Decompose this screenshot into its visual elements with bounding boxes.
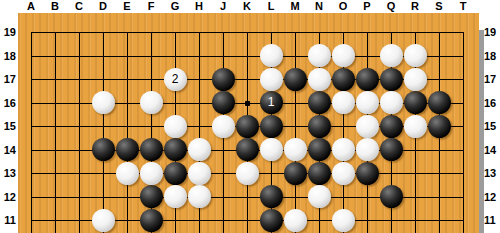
stone-white-Q18[interactable] — [380, 44, 403, 67]
stone-white-G12[interactable] — [164, 185, 187, 208]
grid-line-col-C — [79, 32, 80, 233]
stone-white-O11[interactable] — [332, 209, 355, 232]
row-label-left-19: 19 — [0, 25, 16, 39]
column-label-T: T — [455, 0, 471, 13]
stone-white-E13[interactable] — [116, 162, 139, 185]
stone-white-H12[interactable] — [188, 185, 211, 208]
stone-white-J15[interactable] — [212, 115, 235, 138]
column-label-B: B — [47, 0, 63, 13]
grid-line-col-M — [295, 32, 296, 233]
row-label-right-17: 17 — [484, 72, 500, 86]
column-label-S: S — [431, 0, 447, 13]
move-label-1: 1 — [268, 91, 275, 114]
stone-black-R16[interactable] — [404, 91, 427, 114]
stone-black-G14[interactable] — [164, 138, 187, 161]
row-label-left-12: 12 — [0, 190, 16, 204]
stone-black-O17[interactable] — [332, 68, 355, 91]
stone-black-F14[interactable] — [140, 138, 163, 161]
stone-white-N17[interactable] — [308, 68, 331, 91]
row-label-left-16: 16 — [0, 96, 16, 110]
stone-white-G17[interactable]: 2 — [164, 68, 187, 91]
row-label-right-15: 15 — [484, 119, 500, 133]
row-label-right-16: 16 — [484, 96, 500, 110]
column-label-C: C — [71, 0, 87, 13]
stone-black-L11[interactable] — [260, 209, 283, 232]
stone-white-D11[interactable] — [92, 209, 115, 232]
star-point-K16 — [245, 101, 250, 106]
stone-black-N13[interactable] — [308, 162, 331, 185]
move-label-2: 2 — [172, 68, 179, 91]
stone-white-L17[interactable] — [260, 68, 283, 91]
stone-black-M13[interactable] — [284, 162, 307, 185]
stone-black-E14[interactable] — [116, 138, 139, 161]
stone-black-F11[interactable] — [140, 209, 163, 232]
column-label-H: H — [191, 0, 207, 13]
stone-black-P13[interactable] — [356, 162, 379, 185]
column-label-E: E — [119, 0, 135, 13]
row-label-right-11: 11 — [484, 213, 500, 227]
stone-black-G13[interactable] — [164, 162, 187, 185]
column-label-F: F — [143, 0, 159, 13]
stone-white-H14[interactable] — [188, 138, 211, 161]
stone-white-F16[interactable] — [140, 91, 163, 114]
stone-black-Q12[interactable] — [380, 185, 403, 208]
stone-black-D14[interactable] — [92, 138, 115, 161]
stone-white-R18[interactable] — [404, 44, 427, 67]
row-label-left-15: 15 — [0, 119, 16, 133]
column-label-P: P — [359, 0, 375, 13]
stone-black-K14[interactable] — [236, 138, 259, 161]
column-label-O: O — [335, 0, 351, 13]
stone-black-Q14[interactable] — [380, 138, 403, 161]
stone-black-F12[interactable] — [140, 185, 163, 208]
stone-white-H13[interactable] — [188, 162, 211, 185]
stone-white-M14[interactable] — [284, 138, 307, 161]
row-label-left-13: 13 — [0, 166, 16, 180]
stone-white-D16[interactable] — [92, 91, 115, 114]
stone-white-R15[interactable] — [404, 115, 427, 138]
stone-black-L12[interactable] — [260, 185, 283, 208]
row-label-left-18: 18 — [0, 49, 16, 63]
row-label-right-12: 12 — [484, 190, 500, 204]
stone-black-L15[interactable] — [260, 115, 283, 138]
stone-black-N16[interactable] — [308, 91, 331, 114]
grid-line-col-E — [127, 32, 128, 233]
column-label-G: G — [167, 0, 183, 13]
grid-line-row-19 — [31, 32, 464, 33]
stone-white-O18[interactable] — [332, 44, 355, 67]
grid-line-col-A — [31, 32, 32, 233]
column-label-M: M — [287, 0, 303, 13]
stone-black-N15[interactable] — [308, 115, 331, 138]
stone-black-K15[interactable] — [236, 115, 259, 138]
row-label-left-17: 17 — [0, 72, 16, 86]
column-label-R: R — [407, 0, 423, 13]
stone-white-Q16[interactable] — [380, 91, 403, 114]
stone-white-M11[interactable] — [284, 209, 307, 232]
go-board-app: ABCDEFGHJKLMNOPQRST191918181717161615151… — [0, 0, 500, 233]
stone-white-P16[interactable] — [356, 91, 379, 114]
stone-white-L14[interactable] — [260, 138, 283, 161]
stone-black-P17[interactable] — [356, 68, 379, 91]
stone-black-Q15[interactable] — [380, 115, 403, 138]
row-label-left-11: 11 — [0, 213, 16, 227]
column-label-N: N — [311, 0, 327, 13]
column-label-D: D — [95, 0, 111, 13]
stone-white-R17[interactable] — [404, 68, 427, 91]
stone-white-P15[interactable] — [356, 115, 379, 138]
stone-black-J17[interactable] — [212, 68, 235, 91]
stone-black-N14[interactable] — [308, 138, 331, 161]
column-label-L: L — [263, 0, 279, 13]
stone-white-O16[interactable] — [332, 91, 355, 114]
column-label-K: K — [239, 0, 255, 13]
stone-black-J16[interactable] — [212, 91, 235, 114]
row-label-right-19: 19 — [484, 25, 500, 39]
stone-white-O13[interactable] — [332, 162, 355, 185]
stone-white-F13[interactable] — [140, 162, 163, 185]
stone-white-P14[interactable] — [356, 138, 379, 161]
column-label-J: J — [215, 0, 231, 13]
stone-white-N18[interactable] — [308, 44, 331, 67]
stone-black-Q17[interactable] — [380, 68, 403, 91]
column-label-A: A — [23, 0, 39, 13]
grid-line-col-B — [55, 32, 56, 233]
row-label-left-14: 14 — [0, 143, 16, 157]
stone-white-G15[interactable] — [164, 115, 187, 138]
grid-line-col-D — [103, 32, 104, 233]
stone-black-S16[interactable] — [428, 91, 451, 114]
stone-black-S15[interactable] — [428, 115, 451, 138]
stone-white-L18[interactable] — [260, 44, 283, 67]
row-label-right-18: 18 — [484, 49, 500, 63]
stone-black-L16[interactable]: 1 — [260, 91, 283, 114]
row-label-right-13: 13 — [484, 166, 500, 180]
column-label-Q: Q — [383, 0, 399, 13]
stone-white-N12[interactable] — [308, 185, 331, 208]
row-label-right-14: 14 — [484, 143, 500, 157]
stone-black-M17[interactable] — [284, 68, 307, 91]
stone-white-K13[interactable] — [236, 162, 259, 185]
grid-line-col-T — [463, 32, 464, 233]
stone-white-O14[interactable] — [332, 138, 355, 161]
